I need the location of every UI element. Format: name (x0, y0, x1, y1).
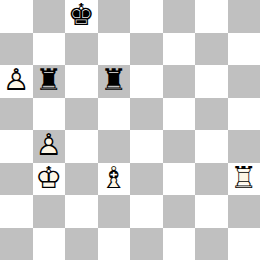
square-g2[interactable] (195, 195, 228, 228)
square-d8[interactable] (98, 0, 131, 33)
square-b4[interactable]: ♟♙ (33, 130, 66, 163)
square-c5[interactable] (65, 98, 98, 131)
white-bishop-piece: ♝♗ (98, 163, 131, 196)
square-f5[interactable] (163, 98, 196, 131)
square-c6[interactable] (65, 65, 98, 98)
white-pawn-glyph: ♙ (0, 63, 33, 96)
black-rook-glyph: ♜ (98, 63, 131, 96)
white-pawn-glyph: ♙ (33, 128, 66, 161)
square-h4[interactable] (228, 130, 261, 163)
square-h2[interactable] (228, 195, 261, 228)
square-g6[interactable] (195, 65, 228, 98)
square-h5[interactable] (228, 98, 261, 131)
square-d3[interactable]: ♝♗ (98, 163, 131, 196)
black-rook-piece: ♜ (33, 65, 66, 98)
square-d7[interactable] (98, 33, 131, 66)
square-a8[interactable] (0, 0, 33, 33)
square-h1[interactable] (228, 228, 261, 260)
square-e8[interactable] (130, 0, 163, 33)
square-f7[interactable] (163, 33, 196, 66)
square-d6[interactable]: ♜ (98, 65, 131, 98)
square-g4[interactable] (195, 130, 228, 163)
square-h3[interactable]: ♜♖ (228, 163, 261, 196)
chess-board: ♚♟♙♜♜♟♙♚♔♝♗♜♖ (0, 0, 260, 260)
square-e3[interactable] (130, 163, 163, 196)
white-king-glyph: ♔ (33, 161, 66, 194)
square-d5[interactable] (98, 98, 131, 131)
square-c7[interactable] (65, 33, 98, 66)
square-f4[interactable] (163, 130, 196, 163)
square-a1[interactable] (0, 228, 33, 260)
square-f1[interactable] (163, 228, 196, 260)
square-b5[interactable] (33, 98, 66, 131)
black-rook-piece: ♜ (98, 65, 131, 98)
square-d2[interactable] (98, 195, 131, 228)
square-b6[interactable]: ♜ (33, 65, 66, 98)
square-f6[interactable] (163, 65, 196, 98)
square-e1[interactable] (130, 228, 163, 260)
square-d1[interactable] (98, 228, 131, 260)
square-g1[interactable] (195, 228, 228, 260)
square-a2[interactable] (0, 195, 33, 228)
square-b3[interactable]: ♚♔ (33, 163, 66, 196)
square-h8[interactable] (228, 0, 261, 33)
square-e2[interactable] (130, 195, 163, 228)
square-g5[interactable] (195, 98, 228, 131)
white-rook-glyph: ♖ (228, 161, 261, 194)
square-c4[interactable] (65, 130, 98, 163)
square-g8[interactable] (195, 0, 228, 33)
black-king-piece: ♚ (65, 0, 98, 33)
square-g3[interactable] (195, 163, 228, 196)
square-b2[interactable] (33, 195, 66, 228)
square-a4[interactable] (0, 130, 33, 163)
square-d4[interactable] (98, 130, 131, 163)
square-a7[interactable] (0, 33, 33, 66)
square-c3[interactable] (65, 163, 98, 196)
white-bishop-glyph: ♗ (98, 161, 131, 194)
square-e7[interactable] (130, 33, 163, 66)
square-c8[interactable]: ♚ (65, 0, 98, 33)
square-e5[interactable] (130, 98, 163, 131)
square-a6[interactable]: ♟♙ (0, 65, 33, 98)
square-e6[interactable] (130, 65, 163, 98)
square-b1[interactable] (33, 228, 66, 260)
square-f2[interactable] (163, 195, 196, 228)
square-a3[interactable] (0, 163, 33, 196)
square-h6[interactable] (228, 65, 261, 98)
white-pawn-piece: ♟♙ (0, 65, 33, 98)
square-f3[interactable] (163, 163, 196, 196)
square-b8[interactable] (33, 0, 66, 33)
square-b7[interactable] (33, 33, 66, 66)
square-g7[interactable] (195, 33, 228, 66)
black-king-glyph: ♚ (65, 0, 98, 31)
square-c1[interactable] (65, 228, 98, 260)
square-h7[interactable] (228, 33, 261, 66)
black-rook-glyph: ♜ (33, 63, 66, 96)
white-rook-piece: ♜♖ (228, 163, 261, 196)
square-f8[interactable] (163, 0, 196, 33)
square-c2[interactable] (65, 195, 98, 228)
square-e4[interactable] (130, 130, 163, 163)
square-a5[interactable] (0, 98, 33, 131)
white-pawn-piece: ♟♙ (33, 130, 66, 163)
white-king-piece: ♚♔ (33, 163, 66, 196)
